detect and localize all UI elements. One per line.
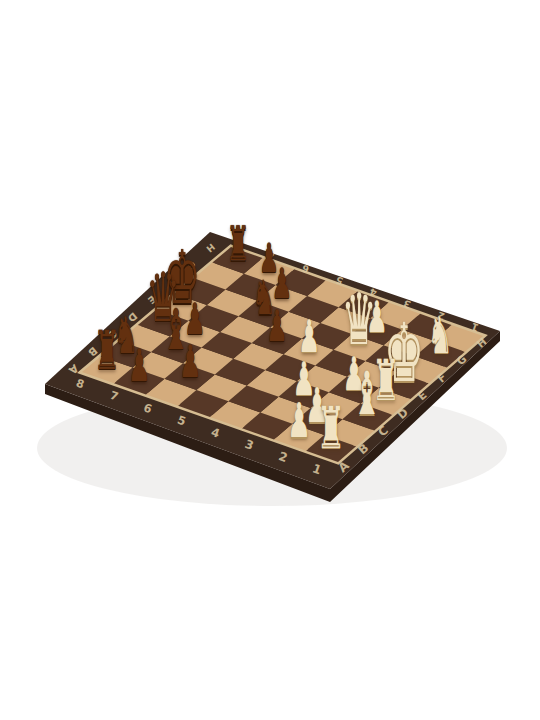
black-pawn-glyph: ♟ — [128, 343, 150, 388]
black-pawn-glyph: ♟ — [266, 304, 288, 348]
white-knight-glyph: ♞ — [427, 311, 452, 362]
white-pawn-glyph: ♟ — [287, 397, 311, 445]
white-rook-glyph: ♜ — [317, 398, 346, 456]
chessboard: ABCDEFGH12345678HGFEDCBA87654321 — [0, 0, 540, 720]
black-rook-glyph: ♜ — [94, 324, 121, 378]
white-bishop-glyph: ♝ — [353, 365, 382, 424]
black-pawn-glyph: ♟ — [179, 339, 201, 384]
black-rook-glyph: ♜ — [226, 220, 250, 268]
white-queen-glyph: ♛ — [341, 284, 376, 355]
product-photo-stage: ABCDEFGH12345678HGFEDCBA87654321 ♜♟♟♚♞♛♟… — [0, 0, 540, 720]
